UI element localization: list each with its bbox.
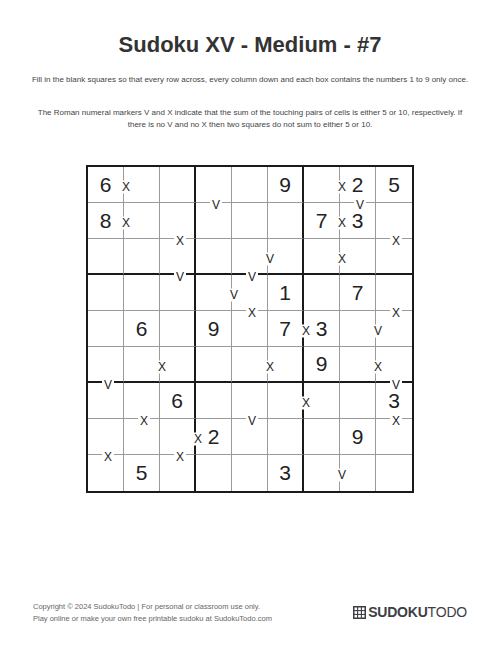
cell-r1c4[interactable] — [196, 167, 232, 203]
cell-r5c2: 6 — [124, 311, 160, 347]
cell-r5c5[interactable] — [232, 311, 268, 347]
instructions-xv-rule: The Roman numeral markers V and X indica… — [30, 107, 470, 130]
cell-r1c1: 6 — [88, 167, 124, 203]
cell-r4c2[interactable] — [124, 275, 160, 311]
cell-r1c2[interactable] — [124, 167, 160, 203]
cell-r9c4[interactable] — [196, 455, 232, 491]
cell-r9c6: 3 — [268, 455, 304, 491]
cell-r2c7: 7 — [304, 203, 340, 239]
cell-r1c8: 2 — [340, 167, 376, 203]
cell-r8c6[interactable] — [268, 419, 304, 455]
cell-r6c1[interactable] — [88, 347, 124, 383]
cell-r5c7: 3 — [304, 311, 340, 347]
cell-r1c9: 5 — [376, 167, 412, 203]
cell-r8c8: 9 — [340, 419, 376, 455]
cell-r7c6[interactable] — [268, 383, 304, 419]
cell-r8c7[interactable] — [304, 419, 340, 455]
cell-r4c9[interactable] — [376, 275, 412, 311]
sudoku-board: 69258731769739632953 XXXXVXVXVXXXXXVVVXX… — [86, 165, 414, 493]
page-title: Sudoku XV - Medium - #7 — [0, 32, 500, 58]
cell-r9c1[interactable] — [88, 455, 124, 491]
cell-r7c3: 6 — [160, 383, 196, 419]
copyright-text: Copyright © 2024 SudokuTodo | For person… — [33, 601, 272, 625]
cell-r8c9[interactable] — [376, 419, 412, 455]
cell-r3c4[interactable] — [196, 239, 232, 275]
logo-text-todo: TODO — [428, 604, 467, 620]
cell-r9c5[interactable] — [232, 455, 268, 491]
cell-r7c7[interactable] — [304, 383, 340, 419]
cell-r1c5[interactable] — [232, 167, 268, 203]
cell-r7c4[interactable] — [196, 383, 232, 419]
cell-r6c2[interactable] — [124, 347, 160, 383]
cell-r5c3[interactable] — [160, 311, 196, 347]
cell-r9c2: 5 — [124, 455, 160, 491]
cell-r3c6[interactable] — [268, 239, 304, 275]
cell-r8c4: 2 — [196, 419, 232, 455]
cell-r6c9[interactable] — [376, 347, 412, 383]
copyright-line-2: Play online or make your own free printa… — [33, 613, 272, 625]
cell-r6c4[interactable] — [196, 347, 232, 383]
cell-r3c7[interactable] — [304, 239, 340, 275]
cell-r6c7: 9 — [304, 347, 340, 383]
cell-r2c5[interactable] — [232, 203, 268, 239]
cell-r2c9[interactable] — [376, 203, 412, 239]
cell-r3c8[interactable] — [340, 239, 376, 275]
cell-r6c5[interactable] — [232, 347, 268, 383]
cell-r5c6: 7 — [268, 311, 304, 347]
cell-r3c5[interactable] — [232, 239, 268, 275]
cell-r7c9: 3 — [376, 383, 412, 419]
cell-r5c8[interactable] — [340, 311, 376, 347]
cell-r3c3[interactable] — [160, 239, 196, 275]
cell-r1c6: 9 — [268, 167, 304, 203]
sudoku-grid-icon — [353, 606, 366, 619]
cell-r9c8[interactable] — [340, 455, 376, 491]
cell-r2c8: 3 — [340, 203, 376, 239]
cell-r5c9[interactable] — [376, 311, 412, 347]
cell-r6c3[interactable] — [160, 347, 196, 383]
cell-r2c3[interactable] — [160, 203, 196, 239]
cell-r2c6[interactable] — [268, 203, 304, 239]
cell-r9c7[interactable] — [304, 455, 340, 491]
cell-r9c3[interactable] — [160, 455, 196, 491]
cell-r5c1[interactable] — [88, 311, 124, 347]
cell-r4c7[interactable] — [304, 275, 340, 311]
cell-r3c1[interactable] — [88, 239, 124, 275]
cell-r3c2[interactable] — [124, 239, 160, 275]
cell-r3c9[interactable] — [376, 239, 412, 275]
cell-r1c3[interactable] — [160, 167, 196, 203]
cell-r7c5[interactable] — [232, 383, 268, 419]
cell-r2c4[interactable] — [196, 203, 232, 239]
cell-r4c5[interactable] — [232, 275, 268, 311]
sudokutodo-logo: SUDOKUTODO — [353, 603, 467, 621]
cell-r7c8[interactable] — [340, 383, 376, 419]
cell-r8c1[interactable] — [88, 419, 124, 455]
cell-r4c4[interactable] — [196, 275, 232, 311]
instructions-basic: Fill in the blank squares so that every … — [30, 74, 470, 86]
cell-r6c6[interactable] — [268, 347, 304, 383]
cell-r4c6: 1 — [268, 275, 304, 311]
cell-r7c2[interactable] — [124, 383, 160, 419]
sudoku-grid: 69258731769739632953 — [88, 167, 412, 491]
cell-r8c5[interactable] — [232, 419, 268, 455]
cell-r4c8: 7 — [340, 275, 376, 311]
cell-r1c7[interactable] — [304, 167, 340, 203]
cell-r5c4: 9 — [196, 311, 232, 347]
logo-wordmark: SUDOKUTODO — [368, 604, 467, 620]
copyright-line-1: Copyright © 2024 SudokuTodo | For person… — [33, 601, 272, 613]
cell-r8c2[interactable] — [124, 419, 160, 455]
cell-r7c1[interactable] — [88, 383, 124, 419]
cell-r2c1: 8 — [88, 203, 124, 239]
cell-r8c3[interactable] — [160, 419, 196, 455]
logo-text-sudoku: SUDOKU — [368, 604, 427, 620]
cell-r6c8[interactable] — [340, 347, 376, 383]
cell-r4c1[interactable] — [88, 275, 124, 311]
printable-page: Sudoku XV - Medium - #7 Fill in the blan… — [0, 0, 500, 647]
cell-r2c2[interactable] — [124, 203, 160, 239]
cell-r9c9[interactable] — [376, 455, 412, 491]
cell-r4c3[interactable] — [160, 275, 196, 311]
